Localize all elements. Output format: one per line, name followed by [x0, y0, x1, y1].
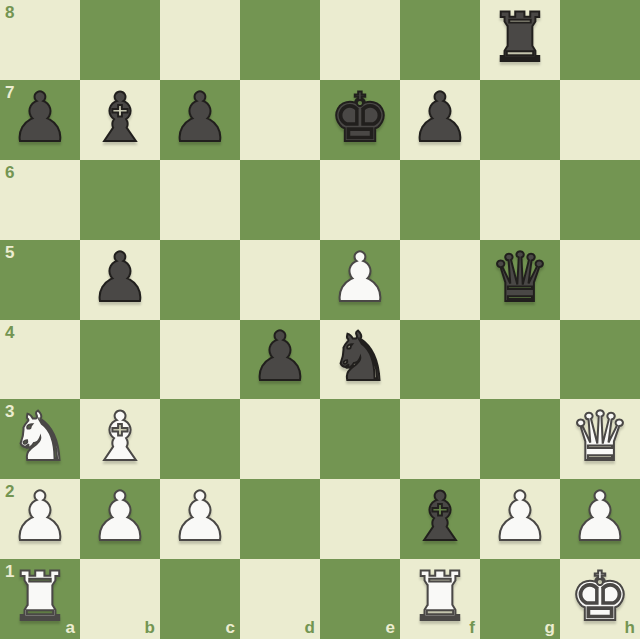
piece-white-pawn[interactable]: ♟	[490, 483, 551, 551]
piece-black-pawn[interactable]: ♟	[250, 323, 311, 391]
piece-white-knight[interactable]: ♞	[10, 403, 71, 471]
square-h2[interactable]: ♟	[560, 479, 640, 559]
piece-black-bishop[interactable]: ♝	[90, 84, 151, 152]
piece-white-rook[interactable]: ♜	[10, 563, 71, 631]
square-a7[interactable]: 7♟	[0, 80, 80, 160]
piece-black-king[interactable]: ♚	[330, 84, 391, 152]
square-h3[interactable]: ♛	[560, 399, 640, 479]
square-b7[interactable]: ♝	[80, 80, 160, 160]
square-a6[interactable]: 6	[0, 160, 80, 240]
piece-white-bishop[interactable]: ♝	[90, 403, 151, 471]
square-b1[interactable]: b	[80, 559, 160, 639]
file-label-b: b	[145, 619, 155, 636]
square-e8[interactable]	[320, 0, 400, 80]
square-g3[interactable]	[480, 399, 560, 479]
square-d1[interactable]: d	[240, 559, 320, 639]
chess-board: 8♜7♟♝♟♚♟65♟♟♛4♟♞3♞♝♛2♟♟♟♝♟♟1a♜bcdef♜gh♚	[0, 0, 640, 639]
square-f1[interactable]: f♜	[400, 559, 480, 639]
square-f2[interactable]: ♝	[400, 479, 480, 559]
square-h1[interactable]: h♚	[560, 559, 640, 639]
file-label-g: g	[545, 619, 555, 636]
chess-board-wrapper: 8♜7♟♝♟♚♟65♟♟♛4♟♞3♞♝♛2♟♟♟♝♟♟1a♜bcdef♜gh♚	[0, 0, 640, 639]
square-c6[interactable]	[160, 160, 240, 240]
square-a5[interactable]: 5	[0, 240, 80, 320]
square-f8[interactable]	[400, 0, 480, 80]
square-e4[interactable]: ♞	[320, 320, 400, 400]
piece-black-bishop[interactable]: ♝	[410, 483, 471, 551]
square-b2[interactable]: ♟	[80, 479, 160, 559]
file-label-d: d	[305, 619, 315, 636]
square-b8[interactable]	[80, 0, 160, 80]
square-h7[interactable]	[560, 80, 640, 160]
piece-white-pawn[interactable]: ♟	[170, 483, 231, 551]
square-b4[interactable]	[80, 320, 160, 400]
square-g8[interactable]: ♜	[480, 0, 560, 80]
square-a4[interactable]: 4	[0, 320, 80, 400]
square-e7[interactable]: ♚	[320, 80, 400, 160]
square-f6[interactable]	[400, 160, 480, 240]
rank-label-5: 5	[5, 244, 14, 261]
rank-label-8: 8	[5, 4, 14, 21]
square-a8[interactable]: 8	[0, 0, 80, 80]
square-g1[interactable]: g	[480, 559, 560, 639]
square-c5[interactable]	[160, 240, 240, 320]
piece-black-pawn[interactable]: ♟	[170, 84, 231, 152]
square-c4[interactable]	[160, 320, 240, 400]
piece-black-pawn[interactable]: ♟	[90, 244, 151, 312]
piece-white-king[interactable]: ♚	[570, 563, 631, 631]
piece-black-rook[interactable]: ♜	[490, 4, 551, 72]
rank-label-4: 4	[5, 324, 14, 341]
square-c8[interactable]	[160, 0, 240, 80]
square-g4[interactable]	[480, 320, 560, 400]
square-d5[interactable]	[240, 240, 320, 320]
square-e1[interactable]: e	[320, 559, 400, 639]
square-g2[interactable]: ♟	[480, 479, 560, 559]
square-f7[interactable]: ♟	[400, 80, 480, 160]
piece-black-pawn[interactable]: ♟	[410, 84, 471, 152]
square-e3[interactable]	[320, 399, 400, 479]
square-f4[interactable]	[400, 320, 480, 400]
square-e5[interactable]: ♟	[320, 240, 400, 320]
square-a2[interactable]: 2♟	[0, 479, 80, 559]
piece-black-queen[interactable]: ♛	[490, 244, 551, 312]
square-b3[interactable]: ♝	[80, 399, 160, 479]
rank-label-6: 6	[5, 164, 14, 181]
square-d2[interactable]	[240, 479, 320, 559]
piece-white-queen[interactable]: ♛	[570, 403, 631, 471]
square-g7[interactable]	[480, 80, 560, 160]
square-h4[interactable]	[560, 320, 640, 400]
square-d6[interactable]	[240, 160, 320, 240]
square-b5[interactable]: ♟	[80, 240, 160, 320]
piece-white-pawn[interactable]: ♟	[10, 483, 71, 551]
square-g5[interactable]: ♛	[480, 240, 560, 320]
square-g6[interactable]	[480, 160, 560, 240]
square-c3[interactable]	[160, 399, 240, 479]
square-a3[interactable]: 3♞	[0, 399, 80, 479]
piece-black-pawn[interactable]: ♟	[10, 84, 71, 152]
square-a1[interactable]: 1a♜	[0, 559, 80, 639]
piece-white-pawn[interactable]: ♟	[330, 244, 391, 312]
square-e2[interactable]	[320, 479, 400, 559]
file-label-c: c	[226, 619, 235, 636]
square-d3[interactable]	[240, 399, 320, 479]
square-d8[interactable]	[240, 0, 320, 80]
piece-white-rook[interactable]: ♜	[410, 563, 471, 631]
square-b6[interactable]	[80, 160, 160, 240]
piece-black-knight[interactable]: ♞	[330, 323, 391, 391]
square-h5[interactable]	[560, 240, 640, 320]
square-c2[interactable]: ♟	[160, 479, 240, 559]
square-d4[interactable]: ♟	[240, 320, 320, 400]
square-f5[interactable]	[400, 240, 480, 320]
piece-white-pawn[interactable]: ♟	[570, 483, 631, 551]
piece-white-pawn[interactable]: ♟	[90, 483, 151, 551]
square-h8[interactable]	[560, 0, 640, 80]
square-d7[interactable]	[240, 80, 320, 160]
square-c1[interactable]: c	[160, 559, 240, 639]
square-e6[interactable]	[320, 160, 400, 240]
square-h6[interactable]	[560, 160, 640, 240]
square-f3[interactable]	[400, 399, 480, 479]
file-label-e: e	[386, 619, 395, 636]
square-c7[interactable]: ♟	[160, 80, 240, 160]
